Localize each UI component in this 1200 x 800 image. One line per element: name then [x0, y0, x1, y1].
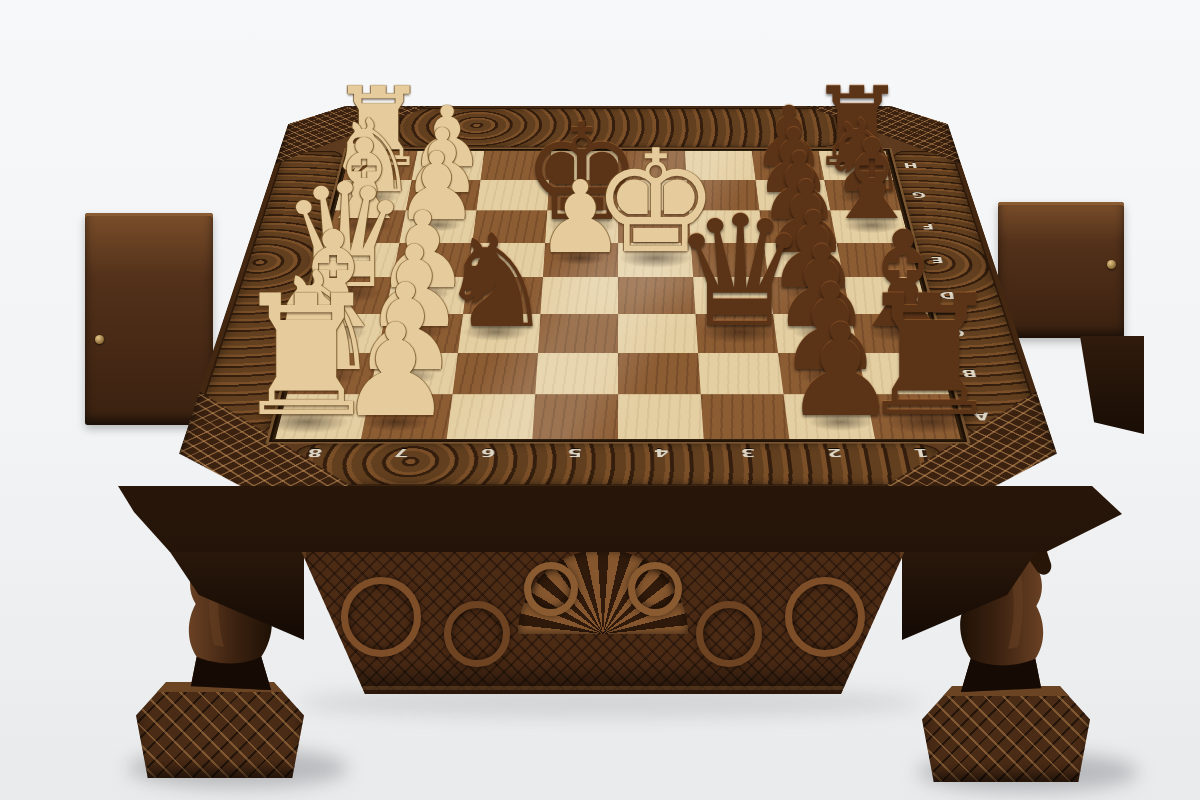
scroll-carving-icon [444, 601, 510, 667]
drawer-knob-icon [95, 335, 104, 344]
scroll-carving-icon [628, 562, 682, 616]
photo-stage: 87654321 HGFEDCBA ♜♟♟♜♞♟♟♞♝♟♚♟♝♟♚♟♛♟♟♝♟♞… [0, 0, 1200, 800]
leg-pedestal-right [922, 686, 1090, 782]
piece-drawer-left [85, 213, 213, 425]
carved-apron-panel [298, 544, 908, 694]
scroll-carving-icon [341, 577, 421, 657]
leg-pedestal-left [136, 682, 304, 778]
scroll-carving-icon [524, 562, 578, 616]
scroll-carving-icon [785, 577, 865, 657]
scroll-carving-icon [696, 601, 762, 667]
drawer-knob-icon [1107, 260, 1116, 269]
piece-drawer-right [998, 202, 1124, 338]
